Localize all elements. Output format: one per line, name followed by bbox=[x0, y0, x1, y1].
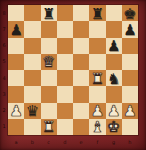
square-e6[interactable] bbox=[73, 38, 89, 54]
square-e1[interactable] bbox=[73, 119, 89, 135]
file-labels: abcdefgh bbox=[8, 138, 138, 147]
square-g7[interactable] bbox=[106, 21, 122, 37]
square-e5[interactable] bbox=[73, 54, 89, 70]
square-a6[interactable] bbox=[8, 38, 24, 54]
square-d2[interactable] bbox=[57, 103, 73, 119]
file-label-e: e bbox=[73, 138, 89, 147]
rank-label-6: 6 bbox=[0, 38, 8, 54]
white-rook-c1[interactable]: ♜ bbox=[42, 120, 55, 135]
square-h1[interactable] bbox=[122, 119, 138, 135]
square-b2[interactable]: ♛ bbox=[24, 103, 40, 119]
black-pawn-g6[interactable]: ♟ bbox=[107, 39, 120, 54]
square-c8[interactable]: ♜ bbox=[41, 5, 57, 21]
square-c5[interactable]: ♛ bbox=[41, 54, 57, 70]
square-h6[interactable] bbox=[122, 38, 138, 54]
square-b7[interactable] bbox=[24, 21, 40, 37]
file-label-c: c bbox=[41, 138, 57, 147]
white-pawn-a2[interactable]: ♟ bbox=[9, 104, 22, 119]
square-g5[interactable] bbox=[106, 54, 122, 70]
square-a8[interactable] bbox=[8, 5, 24, 21]
square-b4[interactable] bbox=[24, 70, 40, 86]
square-d4[interactable] bbox=[57, 70, 73, 86]
square-c3[interactable] bbox=[41, 86, 57, 102]
black-pawn-h7[interactable]: ♟ bbox=[123, 23, 136, 38]
black-rook-f8[interactable]: ♜ bbox=[91, 7, 104, 22]
square-d6[interactable] bbox=[57, 38, 73, 54]
square-f3[interactable] bbox=[89, 86, 105, 102]
file-label-d: d bbox=[57, 138, 73, 147]
rank-label-7: 7 bbox=[0, 21, 8, 37]
square-e8[interactable] bbox=[73, 5, 89, 21]
square-c6[interactable] bbox=[41, 38, 57, 54]
square-e7[interactable] bbox=[73, 21, 89, 37]
square-c2[interactable] bbox=[41, 103, 57, 119]
square-a5[interactable] bbox=[8, 54, 24, 70]
black-knight-g4[interactable]: ♞ bbox=[107, 72, 120, 87]
square-h7[interactable]: ♟ bbox=[122, 21, 138, 37]
file-label-g: g bbox=[106, 138, 122, 147]
rank-label-2: 2 bbox=[0, 103, 8, 119]
square-b1[interactable] bbox=[24, 119, 40, 135]
square-d5[interactable] bbox=[57, 54, 73, 70]
chess-board[interactable]: ♜♜♚♟♟♟♛♜♞♟♛♟♟♟♜♝♚ bbox=[8, 5, 138, 135]
square-d7[interactable] bbox=[57, 21, 73, 37]
rank-labels: 87654321 bbox=[0, 5, 8, 135]
square-h8[interactable]: ♚ bbox=[122, 5, 138, 21]
square-g8[interactable] bbox=[106, 5, 122, 21]
square-h2[interactable]: ♟ bbox=[122, 103, 138, 119]
square-f7[interactable] bbox=[89, 21, 105, 37]
file-label-h: h bbox=[122, 138, 138, 147]
square-d8[interactable] bbox=[57, 5, 73, 21]
square-c1[interactable]: ♜ bbox=[41, 119, 57, 135]
square-g3[interactable] bbox=[106, 86, 122, 102]
square-h3[interactable] bbox=[122, 86, 138, 102]
black-pawn-a7[interactable]: ♟ bbox=[9, 23, 22, 38]
square-d1[interactable] bbox=[57, 119, 73, 135]
square-f6[interactable] bbox=[89, 38, 105, 54]
white-pawn-h2[interactable]: ♟ bbox=[123, 104, 136, 119]
square-e4[interactable] bbox=[73, 70, 89, 86]
square-g2[interactable]: ♟ bbox=[106, 103, 122, 119]
chess-diagram: ♜♜♚♟♟♟♛♜♞♟♛♟♟♟♜♝♚ 87654321 abcdefgh bbox=[0, 0, 146, 150]
rank-label-1: 1 bbox=[0, 119, 8, 135]
rank-label-5: 5 bbox=[0, 54, 8, 70]
square-f8[interactable]: ♜ bbox=[89, 5, 105, 21]
rank-label-4: 4 bbox=[0, 70, 8, 86]
square-f1[interactable]: ♝ bbox=[89, 119, 105, 135]
black-queen-b2[interactable]: ♛ bbox=[26, 104, 39, 119]
square-a2[interactable]: ♟ bbox=[8, 103, 24, 119]
file-label-f: f bbox=[89, 138, 105, 147]
square-a3[interactable] bbox=[8, 86, 24, 102]
square-c4[interactable] bbox=[41, 70, 57, 86]
square-b8[interactable] bbox=[24, 5, 40, 21]
square-a1[interactable] bbox=[8, 119, 24, 135]
white-queen-c5[interactable]: ♛ bbox=[42, 55, 55, 70]
square-f4[interactable]: ♜ bbox=[89, 70, 105, 86]
white-king-g1[interactable]: ♚ bbox=[107, 120, 120, 135]
square-g4[interactable]: ♞ bbox=[106, 70, 122, 86]
square-f5[interactable] bbox=[89, 54, 105, 70]
square-e3[interactable] bbox=[73, 86, 89, 102]
black-rook-c8[interactable]: ♜ bbox=[42, 7, 55, 22]
square-g1[interactable]: ♚ bbox=[106, 119, 122, 135]
square-b5[interactable] bbox=[24, 54, 40, 70]
square-d3[interactable] bbox=[57, 86, 73, 102]
square-e2[interactable] bbox=[73, 103, 89, 119]
rank-label-3: 3 bbox=[0, 86, 8, 102]
white-pawn-f2[interactable]: ♟ bbox=[91, 104, 104, 119]
white-rook-f4[interactable]: ♜ bbox=[91, 72, 104, 87]
rank-label-8: 8 bbox=[0, 5, 8, 21]
white-pawn-g2[interactable]: ♟ bbox=[107, 104, 120, 119]
square-h5[interactable] bbox=[122, 54, 138, 70]
white-bishop-f1[interactable]: ♝ bbox=[91, 120, 104, 135]
square-a4[interactable] bbox=[8, 70, 24, 86]
square-a7[interactable]: ♟ bbox=[8, 21, 24, 37]
square-b6[interactable] bbox=[24, 38, 40, 54]
square-b3[interactable] bbox=[24, 86, 40, 102]
file-label-a: a bbox=[8, 138, 24, 147]
square-h4[interactable] bbox=[122, 70, 138, 86]
file-label-b: b bbox=[24, 138, 40, 147]
square-g6[interactable]: ♟ bbox=[106, 38, 122, 54]
black-king-h8[interactable]: ♚ bbox=[123, 7, 136, 22]
square-c7[interactable] bbox=[41, 21, 57, 37]
square-f2[interactable]: ♟ bbox=[89, 103, 105, 119]
